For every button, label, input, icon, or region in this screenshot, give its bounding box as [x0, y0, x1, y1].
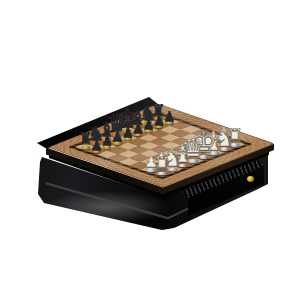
drawer-knob-icon [247, 176, 254, 182]
chess-set-photo: ♜♞♝♛♚♝♞♜♟♟♟♟♟♟♟♟♟♟♟♟♟♟♟♟♜♞♝♛♚♝♞♜ [0, 0, 300, 300]
